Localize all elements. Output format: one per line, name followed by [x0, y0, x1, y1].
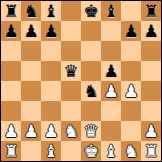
white-rook-piece[interactable]: ♜	[143, 141, 158, 161]
black-pawn-piece[interactable]: ♟	[123, 21, 138, 41]
square-e7[interactable]	[81, 21, 101, 41]
square-g2[interactable]	[121, 121, 141, 141]
square-d4[interactable]	[61, 81, 81, 101]
square-b7[interactable]: ♟	[21, 21, 41, 41]
square-f2[interactable]	[101, 121, 121, 141]
black-bishop-piece[interactable]: ♝	[43, 1, 58, 21]
white-pawn-piece[interactable]: ♟	[143, 121, 158, 141]
square-f8[interactable]: ♝	[101, 1, 121, 21]
square-d6[interactable]	[61, 41, 81, 61]
black-bishop-piece[interactable]: ♝	[103, 1, 118, 21]
square-h5[interactable]	[141, 61, 161, 81]
square-f6[interactable]	[101, 41, 121, 61]
square-b5[interactable]	[21, 61, 41, 81]
square-c8[interactable]: ♝	[41, 1, 61, 21]
square-d7[interactable]	[61, 21, 81, 41]
square-g5[interactable]	[121, 61, 141, 81]
square-b2[interactable]: ♟	[21, 121, 41, 141]
square-h3[interactable]	[141, 101, 161, 121]
black-queen-piece[interactable]: ♛	[63, 61, 78, 81]
square-c4[interactable]	[41, 81, 61, 101]
square-b4[interactable]	[21, 81, 41, 101]
chess-board-window: ♜♞♝♚♝♜♟♟♟♟♟♛♟♞♟♟♟♟♟♞♛♟♜♝♚♝♞♜	[0, 0, 162, 162]
square-c6[interactable]	[41, 41, 61, 61]
square-a8[interactable]: ♜	[1, 1, 21, 21]
square-a3[interactable]	[1, 101, 21, 121]
square-a2[interactable]: ♟	[1, 121, 21, 141]
square-g1[interactable]: ♞	[121, 141, 141, 161]
square-h6[interactable]	[141, 41, 161, 61]
black-rook-piece[interactable]: ♜	[3, 1, 18, 21]
white-pawn-piece[interactable]: ♟	[123, 81, 138, 101]
square-a4[interactable]	[1, 81, 21, 101]
black-pawn-piece[interactable]: ♟	[103, 61, 118, 81]
black-pawn-piece[interactable]: ♟	[3, 21, 18, 41]
square-f4[interactable]: ♟	[101, 81, 121, 101]
square-h1[interactable]: ♜	[141, 141, 161, 161]
square-g4[interactable]: ♟	[121, 81, 141, 101]
square-e2[interactable]: ♛	[81, 121, 101, 141]
square-g8[interactable]	[121, 1, 141, 21]
black-rook-piece[interactable]: ♜	[143, 1, 158, 21]
square-d8[interactable]	[61, 1, 81, 21]
white-king-piece[interactable]: ♚	[83, 141, 98, 161]
black-king-piece[interactable]: ♚	[83, 1, 98, 21]
square-d2[interactable]: ♞	[61, 121, 81, 141]
square-h8[interactable]: ♜	[141, 1, 161, 21]
white-knight-piece[interactable]: ♞	[123, 141, 138, 161]
white-pawn-piece[interactable]: ♟	[43, 121, 58, 141]
white-rook-piece[interactable]: ♜	[3, 141, 18, 161]
square-c1[interactable]: ♝	[41, 141, 61, 161]
white-pawn-piece[interactable]: ♟	[23, 121, 38, 141]
white-pawn-piece[interactable]: ♟	[103, 81, 118, 101]
square-a1[interactable]: ♜	[1, 141, 21, 161]
square-a7[interactable]: ♟	[1, 21, 21, 41]
chess-board: ♜♞♝♚♝♜♟♟♟♟♟♛♟♞♟♟♟♟♟♞♛♟♜♝♚♝♞♜	[0, 0, 162, 162]
square-b1[interactable]	[21, 141, 41, 161]
square-h2[interactable]: ♟	[141, 121, 161, 141]
square-h7[interactable]: ♟	[141, 21, 161, 41]
square-e8[interactable]: ♚	[81, 1, 101, 21]
square-e1[interactable]: ♚	[81, 141, 101, 161]
square-c3[interactable]	[41, 101, 61, 121]
square-b8[interactable]: ♞	[21, 1, 41, 21]
square-h4[interactable]	[141, 81, 161, 101]
square-g6[interactable]	[121, 41, 141, 61]
square-f5[interactable]: ♟	[101, 61, 121, 81]
white-bishop-piece[interactable]: ♝	[103, 141, 118, 161]
square-e5[interactable]	[81, 61, 101, 81]
black-knight-piece[interactable]: ♞	[83, 81, 98, 101]
black-pawn-piece[interactable]: ♟	[23, 21, 38, 41]
square-d3[interactable]	[61, 101, 81, 121]
square-e3[interactable]	[81, 101, 101, 121]
square-g7[interactable]: ♟	[121, 21, 141, 41]
square-b3[interactable]	[21, 101, 41, 121]
square-f1[interactable]: ♝	[101, 141, 121, 161]
square-f3[interactable]	[101, 101, 121, 121]
white-knight-piece[interactable]: ♞	[63, 121, 78, 141]
square-f7[interactable]	[101, 21, 121, 41]
square-d5[interactable]: ♛	[61, 61, 81, 81]
square-d1[interactable]	[61, 141, 81, 161]
square-e4[interactable]: ♞	[81, 81, 101, 101]
white-bishop-piece[interactable]: ♝	[43, 141, 58, 161]
square-a6[interactable]	[1, 41, 21, 61]
square-c5[interactable]	[41, 61, 61, 81]
black-pawn-piece[interactable]: ♟	[143, 21, 158, 41]
black-knight-piece[interactable]: ♞	[23, 1, 38, 21]
square-e6[interactable]	[81, 41, 101, 61]
square-g3[interactable]	[121, 101, 141, 121]
square-c7[interactable]: ♟	[41, 21, 61, 41]
square-a5[interactable]	[1, 61, 21, 81]
white-queen-piece[interactable]: ♛	[83, 121, 98, 141]
white-pawn-piece[interactable]: ♟	[3, 121, 18, 141]
black-pawn-piece[interactable]: ♟	[43, 21, 58, 41]
square-c2[interactable]: ♟	[41, 121, 61, 141]
square-b6[interactable]	[21, 41, 41, 61]
